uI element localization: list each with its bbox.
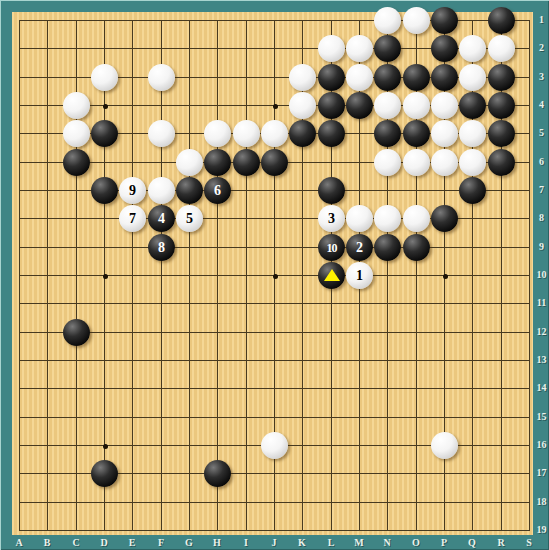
stone-white-N6[interactable] [374,149,401,176]
star-point [103,274,108,279]
stone-black-H7[interactable]: 6 [204,177,231,204]
stone-white-P6[interactable] [431,149,458,176]
stone-black-G7[interactable] [176,177,203,204]
grid-line-vertical [529,20,530,531]
stone-white-N4[interactable] [374,92,401,119]
stone-black-O3[interactable] [403,64,430,91]
stone-white-N8[interactable] [374,205,401,232]
move-number-label: 6 [214,184,221,198]
row-label-6: 6 [534,156,549,167]
stone-black-J6[interactable] [261,149,288,176]
column-label-Q: Q [462,537,482,548]
stone-white-Q5[interactable] [459,120,486,147]
stone-black-I6[interactable] [233,149,260,176]
stone-black-L7[interactable] [318,177,345,204]
stone-black-R4[interactable] [488,92,515,119]
row-label-10: 10 [534,269,549,280]
row-label-1: 1 [534,14,549,25]
stone-white-C5[interactable] [63,120,90,147]
column-label-J: J [264,537,284,548]
column-label-F: F [151,537,171,548]
stone-white-O1[interactable] [403,7,430,34]
stone-white-M8[interactable] [346,205,373,232]
row-label-7: 7 [534,184,549,195]
column-label-B: B [37,537,57,548]
stone-black-P3[interactable] [431,64,458,91]
stone-black-D7[interactable] [91,177,118,204]
grid-line-horizontal [19,502,530,503]
stone-black-F8[interactable]: 4 [148,205,175,232]
row-label-19: 19 [534,524,549,535]
stone-black-K5[interactable] [289,120,316,147]
column-label-D: D [94,537,114,548]
grid-line-horizontal [19,388,530,389]
move-number-label: 3 [328,212,335,226]
stone-white-M2[interactable] [346,35,373,62]
star-point [443,274,448,279]
row-label-16: 16 [534,439,549,450]
column-label-P: P [434,537,454,548]
stone-black-R3[interactable] [488,64,515,91]
stone-white-E7[interactable]: 9 [119,177,146,204]
row-label-3: 3 [534,71,549,82]
stone-white-I5[interactable] [233,120,260,147]
stone-white-P16[interactable] [431,432,458,459]
go-app-frame: 96745381021 ABCDEFGHIJKLMNOPQRS123456789… [0,0,549,550]
stone-black-L5[interactable] [318,120,345,147]
stone-black-N3[interactable] [374,64,401,91]
grid-line-horizontal [19,417,530,418]
stone-black-N9[interactable] [374,234,401,261]
grid-line-horizontal [19,332,530,333]
row-label-11: 11 [534,297,549,308]
stone-black-L3[interactable] [318,64,345,91]
stone-black-R1[interactable] [488,7,515,34]
column-label-I: I [236,537,256,548]
stone-black-R5[interactable] [488,120,515,147]
stone-black-H17[interactable] [204,460,231,487]
stone-black-O9[interactable] [403,234,430,261]
grid-line-horizontal [19,530,530,531]
stone-white-O8[interactable] [403,205,430,232]
stone-white-J16[interactable] [261,432,288,459]
stone-black-P1[interactable] [431,7,458,34]
row-label-14: 14 [534,382,549,393]
column-label-O: O [406,537,426,548]
column-label-E: E [122,537,142,548]
stone-black-D17[interactable] [91,460,118,487]
stone-black-C12[interactable] [63,319,90,346]
stone-black-D5[interactable] [91,120,118,147]
star-point [103,444,108,449]
column-label-G: G [179,537,199,548]
column-label-S: S [519,537,539,548]
star-point [273,104,278,109]
stone-white-M10[interactable]: 1 [346,262,373,289]
row-label-18: 18 [534,496,549,507]
row-label-8: 8 [534,212,549,223]
row-label-13: 13 [534,354,549,365]
stone-white-N1[interactable] [374,7,401,34]
move-number-label: 7 [129,212,136,226]
stone-white-Q6[interactable] [459,149,486,176]
stone-black-C6[interactable] [63,149,90,176]
stone-white-R2[interactable] [488,35,515,62]
stone-black-H6[interactable] [204,149,231,176]
stone-black-F9[interactable]: 8 [148,234,175,261]
row-label-4: 4 [534,99,549,110]
stone-white-M3[interactable] [346,64,373,91]
stone-white-K3[interactable] [289,64,316,91]
row-label-17: 17 [534,467,549,478]
stone-white-G8[interactable]: 5 [176,205,203,232]
stone-white-J5[interactable] [261,120,288,147]
star-point [273,274,278,279]
row-label-12: 12 [534,326,549,337]
move-number-label: 4 [158,212,165,226]
stone-white-F3[interactable] [148,64,175,91]
row-label-9: 9 [534,241,549,252]
stone-white-F7[interactable] [148,177,175,204]
go-board[interactable]: 96745381021 [12,12,533,535]
stone-white-P5[interactable] [431,120,458,147]
stone-black-L9[interactable]: 10 [318,234,345,261]
stone-white-L8[interactable]: 3 [318,205,345,232]
grid-line-horizontal [19,303,530,304]
stone-black-Q4[interactable] [459,92,486,119]
stone-white-C4[interactable] [63,92,90,119]
stone-black-L4[interactable] [318,92,345,119]
row-label-5: 5 [534,127,549,138]
star-point [103,104,108,109]
stone-black-Q7[interactable] [459,177,486,204]
stone-white-E8[interactable]: 7 [119,205,146,232]
stone-white-F5[interactable] [148,120,175,147]
column-label-L: L [321,537,341,548]
stone-black-O5[interactable] [403,120,430,147]
stone-black-P8[interactable] [431,205,458,232]
move-number-label: 10 [327,242,337,254]
stone-white-D3[interactable] [91,64,118,91]
stone-black-M4[interactable] [346,92,373,119]
stone-white-O4[interactable] [403,92,430,119]
row-label-2: 2 [534,42,549,53]
stone-white-L2[interactable] [318,35,345,62]
stone-white-H5[interactable] [204,120,231,147]
move-number-label: 1 [356,269,363,283]
column-label-R: R [491,537,511,548]
stone-white-P4[interactable] [431,92,458,119]
move-number-label: 8 [158,241,165,255]
stone-white-Q2[interactable] [459,35,486,62]
stone-white-K4[interactable] [289,92,316,119]
column-label-M: M [349,537,369,548]
column-label-C: C [66,537,86,548]
stone-white-O6[interactable] [403,149,430,176]
column-label-N: N [377,537,397,548]
grid-line-horizontal [19,360,530,361]
row-label-15: 15 [534,411,549,422]
move-number-label: 5 [186,212,193,226]
stone-black-N5[interactable] [374,120,401,147]
triangle-marker-icon [324,269,340,281]
column-label-H: H [207,537,227,548]
move-number-label: 9 [129,184,136,198]
stone-black-N2[interactable] [374,35,401,62]
stone-black-M9[interactable]: 2 [346,234,373,261]
move-number-label: 2 [356,241,363,255]
stone-white-Q3[interactable] [459,64,486,91]
column-label-K: K [292,537,312,548]
stone-black-L10[interactable] [318,262,345,289]
stone-black-R6[interactable] [488,149,515,176]
stone-black-P2[interactable] [431,35,458,62]
column-label-A: A [9,537,29,548]
stone-white-G6[interactable] [176,149,203,176]
